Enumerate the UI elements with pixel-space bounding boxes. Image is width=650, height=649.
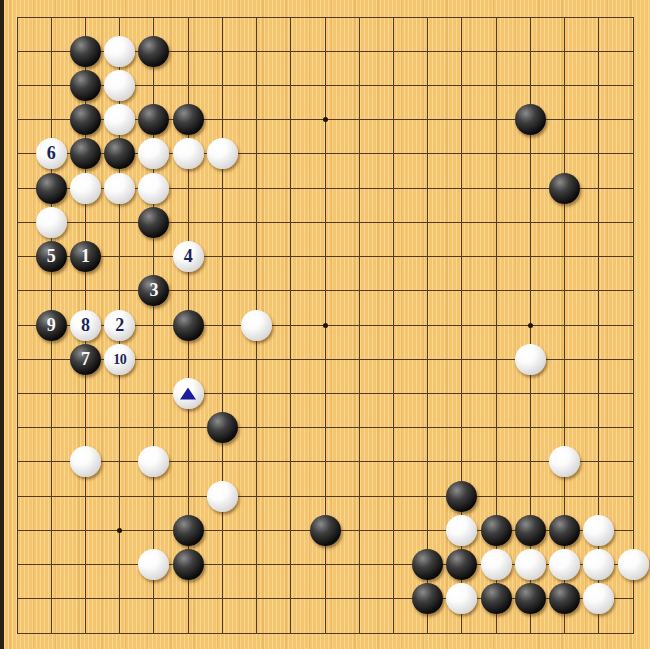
stone-c16[interactable] [70, 104, 101, 135]
stone-b10[interactable]: 9 [36, 310, 67, 341]
stone-o4[interactable] [446, 515, 477, 546]
stone-f15[interactable] [173, 138, 204, 169]
stone-s2[interactable] [583, 583, 614, 614]
stone-r2[interactable] [549, 583, 580, 614]
stone-c10[interactable]: 8 [70, 310, 101, 341]
stone-f3[interactable] [173, 549, 204, 580]
stone-r6[interactable] [549, 446, 580, 477]
stone-q16[interactable] [515, 104, 546, 135]
stone-d16[interactable] [104, 104, 135, 135]
stone-d17[interactable] [104, 70, 135, 101]
stone-k4[interactable] [310, 515, 341, 546]
stone-g15[interactable] [207, 138, 238, 169]
stone-c15[interactable] [70, 138, 101, 169]
stone-f4[interactable] [173, 515, 204, 546]
move-number-label: 1 [70, 241, 101, 272]
stone-q4[interactable] [515, 515, 546, 546]
stone-o5[interactable] [446, 481, 477, 512]
stone-c18[interactable] [70, 36, 101, 67]
star-point [323, 323, 328, 328]
grid-line [359, 17, 360, 634]
stone-r3[interactable] [549, 549, 580, 580]
move-number-label: 9 [36, 310, 67, 341]
stone-d18[interactable] [104, 36, 135, 67]
triangle-marker-icon [180, 388, 196, 400]
grid-line [17, 427, 634, 428]
stone-b15[interactable]: 6 [36, 138, 67, 169]
move-number-label: 2 [104, 310, 135, 341]
stone-e18[interactable] [138, 36, 169, 67]
stone-n2[interactable] [412, 583, 443, 614]
stone-b14[interactable] [36, 173, 67, 204]
stone-d9[interactable]: 10 [104, 344, 135, 375]
move-number-label: 10 [104, 344, 135, 375]
stone-g5[interactable] [207, 481, 238, 512]
move-number-label: 3 [138, 275, 169, 306]
grid-line [17, 461, 634, 462]
stone-g7[interactable] [207, 412, 238, 443]
stone-c6[interactable] [70, 446, 101, 477]
stone-e6[interactable] [138, 446, 169, 477]
move-number-label: 7 [70, 344, 101, 375]
go-board[interactable]: 51397648210 [0, 0, 650, 649]
grid-line [17, 496, 634, 497]
stone-s4[interactable] [583, 515, 614, 546]
stone-e15[interactable] [138, 138, 169, 169]
stone-r14[interactable] [549, 173, 580, 204]
grid-line [393, 17, 394, 634]
stone-p4[interactable] [481, 515, 512, 546]
move-number-label: 6 [36, 138, 67, 169]
stone-b12[interactable]: 5 [36, 241, 67, 272]
stone-c17[interactable] [70, 70, 101, 101]
star-point [117, 528, 122, 533]
stone-e11[interactable]: 3 [138, 275, 169, 306]
stone-o2[interactable] [446, 583, 477, 614]
stone-o3[interactable] [446, 549, 477, 580]
stone-d14[interactable] [104, 173, 135, 204]
stone-t3[interactable] [618, 549, 649, 580]
stone-f8[interactable] [173, 378, 204, 409]
stone-f16[interactable] [173, 104, 204, 135]
stone-r4[interactable] [549, 515, 580, 546]
stone-d15[interactable] [104, 138, 135, 169]
grid-line [17, 393, 634, 394]
stone-q3[interactable] [515, 549, 546, 580]
stone-c12[interactable]: 1 [70, 241, 101, 272]
star-point [528, 323, 533, 328]
stone-q2[interactable] [515, 583, 546, 614]
stone-e13[interactable] [138, 207, 169, 238]
grid-line [17, 633, 634, 634]
board-left-edge [0, 0, 4, 649]
stone-e3[interactable] [138, 549, 169, 580]
move-number-label: 5 [36, 241, 67, 272]
stone-p3[interactable] [481, 549, 512, 580]
move-number-label: 4 [173, 241, 204, 272]
stone-e16[interactable] [138, 104, 169, 135]
grid-line [427, 17, 428, 634]
stone-c9[interactable]: 7 [70, 344, 101, 375]
star-point [323, 117, 328, 122]
stone-f10[interactable] [173, 310, 204, 341]
stone-f12[interactable]: 4 [173, 241, 204, 272]
stone-d10[interactable]: 2 [104, 310, 135, 341]
grid-line [633, 17, 634, 634]
stone-q9[interactable] [515, 344, 546, 375]
stone-p2[interactable] [481, 583, 512, 614]
stone-e14[interactable] [138, 173, 169, 204]
stone-c14[interactable] [70, 173, 101, 204]
move-number-label: 8 [70, 310, 101, 341]
stone-s3[interactable] [583, 549, 614, 580]
stone-h10[interactable] [241, 310, 272, 341]
stone-b13[interactable] [36, 207, 67, 238]
stone-n3[interactable] [412, 549, 443, 580]
